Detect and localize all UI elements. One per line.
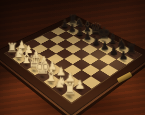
chess-photo-scene: ♜♞♝♛♚♝♞♜♟♟♟♟♟♟♟♟♟♟♟♟♟♟♟♟♜♞♝♛♚♝♞♜ <box>0 0 145 115</box>
photo-vignette <box>0 0 145 115</box>
